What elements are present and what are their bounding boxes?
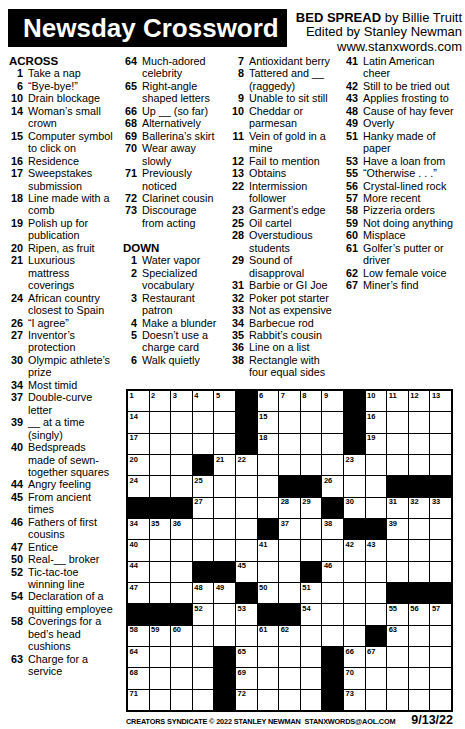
cell-r13c7[interactable]	[258, 647, 279, 667]
cell-r13c12[interactable]: 67	[366, 647, 387, 667]
clue-down-36: 36Line on a list	[228, 341, 338, 353]
clue-text: __ at a time (singly)	[28, 416, 115, 441]
cell-r4c6[interactable]: 22	[236, 455, 257, 475]
clue-number: 33	[228, 304, 244, 316]
clue-number: 62	[342, 267, 358, 279]
cell-r4c5[interactable]: 21	[214, 455, 235, 475]
cell-r2c13[interactable]	[387, 412, 408, 432]
clue-text: Tic-tac-toe winning line	[28, 566, 115, 591]
cell-r9c1[interactable]: 44	[128, 562, 149, 582]
cell-r4c7[interactable]	[258, 455, 279, 475]
clue-down-60: 60Misplace	[342, 229, 454, 241]
cell-r13c4[interactable]	[193, 647, 214, 667]
clue-number: 45	[7, 491, 23, 516]
cell-number: 70	[346, 669, 354, 677]
clue-column-1: ACROSS1Take a nap6“Bye-bye!”10Drain bloc…	[7, 55, 115, 678]
clue-down-42: 42Still to be tried out	[342, 80, 454, 92]
cell-r3c3[interactable]	[171, 434, 192, 454]
cell-r15c13[interactable]	[387, 690, 408, 710]
cell-r15c15[interactable]	[430, 690, 451, 710]
cell-r4c10[interactable]	[322, 455, 343, 475]
cell-r12c13[interactable]: 63	[387, 626, 408, 646]
cell-r2c2[interactable]	[150, 412, 171, 432]
clue-text: More recent	[363, 192, 454, 204]
clue-number: 47	[7, 541, 23, 553]
cell-number: 36	[173, 520, 181, 528]
cell-r12c6[interactable]	[236, 626, 257, 646]
cell-r12c7[interactable]: 61	[258, 626, 279, 646]
cell-r10c3[interactable]	[171, 583, 192, 603]
cell-r5c12[interactable]	[366, 476, 387, 496]
cell-r12c14[interactable]	[409, 626, 430, 646]
clue-number: 7	[228, 55, 244, 67]
clue-down-67: 67Miner’s find	[342, 279, 454, 291]
cell-number: 61	[259, 626, 267, 634]
cell-r6c13[interactable]: 31	[387, 498, 408, 518]
cell-r14c12[interactable]	[366, 668, 387, 688]
cell-number: 30	[346, 498, 354, 506]
cell-r14c13[interactable]	[387, 668, 408, 688]
clue-across-18: 18Line made with a comb	[7, 192, 115, 217]
clue-column-2: 64Much-adored celebrity65Right-angle sha…	[121, 55, 221, 366]
clue-text: Miner’s find	[363, 279, 454, 291]
clue-across-17: 17Sweepstakes submission	[7, 167, 115, 192]
clue-across-63: 63Charge for a service	[7, 653, 115, 678]
cell-r1c4[interactable]: 4	[193, 391, 214, 411]
cell-r9c6[interactable]: 45	[236, 562, 257, 582]
cell-r10c2[interactable]	[150, 583, 171, 603]
cell-r5c11[interactable]	[344, 476, 365, 496]
clue-down-43: 43Applies frosting to	[342, 92, 454, 104]
cell-r14c14[interactable]	[409, 668, 430, 688]
cell-r2c3[interactable]	[171, 412, 192, 432]
clue-text: Cheddar or parmesan	[249, 105, 338, 130]
cell-r11c15[interactable]: 57	[430, 604, 451, 624]
cell-r14c7[interactable]	[258, 668, 279, 688]
cell-r8c7[interactable]: 41	[258, 540, 279, 560]
clue-down-49: 49Overly	[342, 117, 454, 129]
cell-number: 44	[130, 562, 138, 570]
cell-number: 48	[194, 584, 202, 592]
clue-number: 8	[228, 67, 244, 92]
clue-text: Right-angle shaped letters	[142, 80, 221, 105]
cell-r13c1[interactable]: 64	[128, 647, 149, 667]
clue-number: 39	[7, 416, 23, 441]
cell-number: 29	[302, 498, 310, 506]
cell-r8c2[interactable]	[150, 540, 171, 560]
clue-number: 59	[342, 217, 358, 229]
cell-number: 51	[302, 584, 310, 592]
cell-r3c12[interactable]: 19	[366, 434, 387, 454]
cell-r5c3[interactable]	[171, 476, 192, 496]
cell-r12c3[interactable]: 60	[171, 626, 192, 646]
cell-r3c5[interactable]	[214, 434, 235, 454]
clue-across-16: 16Residence	[7, 155, 115, 167]
cell-r4c9[interactable]	[301, 455, 322, 475]
cell-number: 1	[130, 392, 134, 400]
cell-r5c5[interactable]	[214, 476, 235, 496]
cell-r7c6[interactable]	[236, 519, 257, 539]
clue-column-3: 7Antioxidant berry8Tattered and __ (ragg…	[228, 55, 338, 379]
cell-r6c4[interactable]: 27	[193, 498, 214, 518]
down-heading: DOWN	[123, 242, 221, 254]
clue-down-58: 58Pizzeria orders	[342, 204, 454, 216]
cell-r15c8[interactable]	[279, 690, 300, 710]
cell-r9c14[interactable]	[409, 562, 430, 582]
clue-across-65: 65Right-angle shaped letters	[121, 80, 221, 105]
cell-r2c10[interactable]	[322, 412, 343, 432]
cell-r6c14[interactable]: 32	[409, 498, 430, 518]
clue-down-31: 31Barbie or GI Joe	[228, 279, 338, 291]
cell-r8c4[interactable]	[193, 540, 214, 560]
cell-r1c13[interactable]: 11	[387, 391, 408, 411]
black-cell-r10c6	[236, 583, 257, 603]
black-cell-r6c1	[128, 498, 149, 518]
clue-number: 9	[228, 92, 244, 104]
cell-r10c5[interactable]: 49	[214, 583, 235, 603]
cell-r3c14[interactable]	[409, 434, 430, 454]
cell-r5c6[interactable]	[236, 476, 257, 496]
cell-r2c15[interactable]	[430, 412, 451, 432]
cell-r15c2[interactable]	[150, 690, 171, 710]
cell-r11c9[interactable]: 54	[301, 604, 322, 624]
clue-down-5: 5Doesn’t use a charge card	[121, 329, 221, 354]
cell-r15c1[interactable]: 71	[128, 690, 149, 710]
cell-number: 64	[130, 648, 138, 656]
cell-r8c9[interactable]	[301, 540, 322, 560]
cell-r12c4[interactable]	[193, 626, 214, 646]
cell-r9c10[interactable]: 46	[322, 562, 343, 582]
cell-r8c11[interactable]: 42	[344, 540, 365, 560]
cell-r14c11[interactable]: 70	[344, 668, 365, 688]
clue-number: 10	[7, 92, 23, 104]
clue-number: 67	[342, 279, 358, 291]
clue-text: Barbie or GI Joe	[249, 279, 338, 291]
cell-r14c8[interactable]	[279, 668, 300, 688]
cell-r8c1[interactable]: 40	[128, 540, 149, 560]
cell-number: 47	[130, 584, 138, 592]
cell-r5c2[interactable]	[150, 476, 171, 496]
clue-text: Entice	[28, 541, 115, 553]
cell-r10c8[interactable]	[279, 583, 300, 603]
clue-number: 13	[228, 167, 244, 179]
cell-r9c8[interactable]	[279, 562, 300, 582]
cell-r14c1[interactable]: 68	[128, 668, 149, 688]
cell-r3c1[interactable]: 17	[128, 434, 149, 454]
cell-r13c11[interactable]: 66	[344, 647, 365, 667]
black-cell-r7c12	[366, 519, 387, 539]
clue-text: Not doing anything	[363, 217, 454, 229]
cell-r12c11[interactable]	[344, 626, 365, 646]
cell-r9c3[interactable]	[171, 562, 192, 582]
cell-r8c8[interactable]	[279, 540, 300, 560]
clue-down-12: 12Fail to mention	[228, 155, 338, 167]
cell-r1c14[interactable]: 12	[409, 391, 430, 411]
clue-text: Poker pot starter	[249, 292, 338, 304]
clue-number: 25	[228, 217, 244, 229]
cell-r7c8[interactable]: 37	[279, 519, 300, 539]
cell-r12c10[interactable]	[322, 626, 343, 646]
cell-r12c15[interactable]	[430, 626, 451, 646]
clue-number: 2	[121, 267, 137, 292]
cell-r5c10[interactable]: 26	[322, 476, 343, 496]
cell-r7c1[interactable]: 34	[128, 519, 149, 539]
cell-r13c6[interactable]: 65	[236, 647, 257, 667]
cell-r4c8[interactable]	[279, 455, 300, 475]
cell-r10c9[interactable]: 51	[301, 583, 322, 603]
cell-r15c12[interactable]	[366, 690, 387, 710]
cell-number: 53	[238, 605, 246, 613]
cell-r14c9[interactable]	[301, 668, 322, 688]
cell-r15c11[interactable]: 73	[344, 690, 365, 710]
clue-text: Charge for a service	[28, 653, 115, 678]
cell-r13c9[interactable]	[301, 647, 322, 667]
cell-r6c6[interactable]	[236, 498, 257, 518]
clue-text: Walk quietly	[142, 354, 221, 366]
clue-text: Double-curve letter	[28, 391, 115, 416]
cell-r5c1[interactable]: 24	[128, 476, 149, 496]
cell-r10c11[interactable]	[344, 583, 365, 603]
clue-down-55: 55“Otherwise . . .”	[342, 167, 454, 179]
cell-r9c7[interactable]	[258, 562, 279, 582]
cell-r8c6[interactable]	[236, 540, 257, 560]
cell-r9c11[interactable]	[344, 562, 365, 582]
black-cell-r14c5	[214, 668, 235, 688]
black-cell-r13c10	[322, 647, 343, 667]
cell-number: 43	[367, 541, 375, 549]
cell-r15c7[interactable]	[258, 690, 279, 710]
cell-r11c5[interactable]	[214, 604, 235, 624]
cell-r4c14[interactable]	[409, 455, 430, 475]
cell-r14c2[interactable]	[150, 668, 171, 688]
cell-r2c1[interactable]: 14	[128, 412, 149, 432]
cell-r4c13[interactable]	[387, 455, 408, 475]
cell-r13c13[interactable]	[387, 647, 408, 667]
clue-number: 22	[228, 180, 244, 205]
cell-r9c15[interactable]	[430, 562, 451, 582]
clue-text: Overly	[363, 117, 454, 129]
cell-r11c12[interactable]	[366, 604, 387, 624]
cell-number: 21	[216, 456, 224, 464]
cell-r2c12[interactable]: 16	[366, 412, 387, 432]
cell-r2c9[interactable]	[301, 412, 322, 432]
clue-across-54: 54Declaration of a quitting employee	[7, 590, 115, 615]
cell-r1c2[interactable]: 2	[150, 391, 171, 411]
clue-across-10: 10Drain blockage	[7, 92, 115, 104]
cell-r11c13[interactable]: 55	[387, 604, 408, 624]
clue-number: 48	[342, 105, 358, 117]
cell-r7c13[interactable]: 39	[387, 519, 408, 539]
clue-number: 23	[228, 204, 244, 216]
cell-number: 10	[367, 392, 375, 400]
cell-number: 3	[173, 392, 177, 400]
clue-text: Low female voice	[363, 267, 454, 279]
cell-r12c9[interactable]	[301, 626, 322, 646]
cell-r10c12[interactable]	[366, 583, 387, 603]
cell-r8c15[interactable]	[430, 540, 451, 560]
cell-r6c8[interactable]: 28	[279, 498, 300, 518]
clue-down-32: 32Poker pot starter	[228, 292, 338, 304]
clue-across-21: 21Luxurious mattress coverings	[7, 254, 115, 291]
cell-r14c4[interactable]	[193, 668, 214, 688]
cell-r6c9[interactable]: 29	[301, 498, 322, 518]
cell-r4c12[interactable]	[366, 455, 387, 475]
cell-r15c14[interactable]	[409, 690, 430, 710]
clue-across-26: 26“I agree”	[7, 317, 115, 329]
cell-r1c9[interactable]: 8	[301, 391, 322, 411]
cell-r6c15[interactable]: 33	[430, 498, 451, 518]
clue-text: Declaration of a quitting employee	[28, 590, 115, 615]
clue-across-64: 64Much-adored celebrity	[121, 55, 221, 80]
cell-r3c4[interactable]	[193, 434, 214, 454]
cell-r12c8[interactable]: 62	[279, 626, 300, 646]
black-cell-r6c3	[171, 498, 192, 518]
clue-number: 41	[342, 55, 358, 80]
cell-r1c15[interactable]: 13	[430, 391, 451, 411]
cell-r8c12[interactable]: 43	[366, 540, 387, 560]
cell-r15c4[interactable]	[193, 690, 214, 710]
cell-r9c2[interactable]	[150, 562, 171, 582]
cell-r11c11[interactable]	[344, 604, 365, 624]
cell-r1c3[interactable]: 3	[171, 391, 192, 411]
cell-r13c2[interactable]	[150, 647, 171, 667]
cell-r4c1[interactable]: 20	[128, 455, 149, 475]
cell-r10c7[interactable]: 50	[258, 583, 279, 603]
cell-r1c8[interactable]: 7	[279, 391, 300, 411]
cell-r1c7[interactable]: 6	[258, 391, 279, 411]
clue-text: Fail to mention	[249, 155, 338, 167]
cell-r1c12[interactable]: 10	[366, 391, 387, 411]
clue-number: 53	[342, 155, 358, 167]
cell-r8c5[interactable]	[214, 540, 235, 560]
cell-r6c12[interactable]	[366, 498, 387, 518]
cell-r7c2[interactable]: 35	[150, 519, 171, 539]
cell-r2c7[interactable]: 15	[258, 412, 279, 432]
cell-r3c7[interactable]: 18	[258, 434, 279, 454]
cell-r13c8[interactable]	[279, 647, 300, 667]
cell-r2c8[interactable]	[279, 412, 300, 432]
clue-number: 6	[121, 354, 137, 366]
clue-number: 42	[342, 80, 358, 92]
cell-r14c6[interactable]: 69	[236, 668, 257, 688]
cell-r7c15[interactable]	[430, 519, 451, 539]
cell-r4c11[interactable]: 23	[344, 455, 365, 475]
cell-r15c9[interactable]	[301, 690, 322, 710]
cell-r1c10[interactable]: 9	[322, 391, 343, 411]
cell-r14c3[interactable]	[171, 668, 192, 688]
clue-text: Sound of disapproval	[249, 254, 338, 279]
cell-r15c3[interactable]	[171, 690, 192, 710]
cell-r3c2[interactable]	[150, 434, 171, 454]
clue-across-58: 58Coverings for a bed’s head cushions	[7, 615, 115, 652]
cell-r3c8[interactable]	[279, 434, 300, 454]
cell-r10c4[interactable]: 48	[193, 583, 214, 603]
byline-website: www.stanxwords.com	[296, 40, 462, 54]
cell-r3c13[interactable]	[387, 434, 408, 454]
clue-number: 69	[121, 130, 137, 142]
black-cell-r9c4	[193, 562, 214, 582]
cell-r1c1[interactable]: 1	[128, 391, 149, 411]
cell-r2c4[interactable]	[193, 412, 214, 432]
clue-text: Have a loan from	[363, 155, 454, 167]
cell-r4c15[interactable]	[430, 455, 451, 475]
cell-r3c9[interactable]	[301, 434, 322, 454]
cell-r5c7[interactable]	[258, 476, 279, 496]
cell-r9c13[interactable]	[387, 562, 408, 582]
black-cell-r5c14	[409, 476, 430, 496]
clue-down-7: 7Antioxidant berry	[228, 55, 338, 67]
cell-r11c14[interactable]: 56	[409, 604, 430, 624]
cell-r11c10[interactable]	[322, 604, 343, 624]
cell-number: 4	[194, 392, 198, 400]
cell-r3c10[interactable]	[322, 434, 343, 454]
cell-r7c3[interactable]: 36	[171, 519, 192, 539]
clue-number: 36	[228, 341, 244, 353]
clue-text: Computer symbol to click on	[28, 130, 115, 155]
cell-r13c14[interactable]	[409, 647, 430, 667]
cell-r7c14[interactable]	[409, 519, 430, 539]
cell-r8c14[interactable]	[409, 540, 430, 560]
cell-r7c4[interactable]	[193, 519, 214, 539]
cell-r2c14[interactable]	[409, 412, 430, 432]
cell-r7c9[interactable]	[301, 519, 322, 539]
cell-r7c5[interactable]	[214, 519, 235, 539]
cell-r9c12[interactable]	[366, 562, 387, 582]
cell-r5c4[interactable]: 25	[193, 476, 214, 496]
masthead: Newsday Crossword	[8, 9, 287, 47]
clue-text: Up __ (so far)	[142, 105, 221, 117]
cell-r6c11[interactable]: 30	[344, 498, 365, 518]
clue-down-1: 1Water vapor	[121, 254, 221, 266]
cell-r2c5[interactable]	[214, 412, 235, 432]
clue-text: Olympic athlete’s prize	[28, 354, 115, 379]
cell-r15c6[interactable]: 72	[236, 690, 257, 710]
cell-number: 11	[389, 392, 397, 400]
cell-r1c5[interactable]: 5	[214, 391, 235, 411]
clue-down-10: 10Cheddar or parmesan	[228, 105, 338, 130]
cell-number: 37	[281, 520, 289, 528]
cell-r12c1[interactable]: 58	[128, 626, 149, 646]
cell-r4c3[interactable]	[171, 455, 192, 475]
cell-r11c6[interactable]: 53	[236, 604, 257, 624]
cell-r12c5[interactable]	[214, 626, 235, 646]
clue-text: Alternatively	[142, 117, 221, 129]
clue-number: 20	[7, 242, 23, 254]
cell-r13c3[interactable]	[171, 647, 192, 667]
cell-number: 68	[130, 669, 138, 677]
cell-r8c13[interactable]	[387, 540, 408, 560]
cell-r8c10[interactable]	[322, 540, 343, 560]
cell-r10c10[interactable]	[322, 583, 343, 603]
cell-r4c2[interactable]	[150, 455, 171, 475]
clue-number: 64	[121, 55, 137, 80]
cell-r12c2[interactable]: 59	[150, 626, 171, 646]
cell-r8c3[interactable]	[171, 540, 192, 560]
cell-r3c15[interactable]	[430, 434, 451, 454]
cell-r14c15[interactable]	[430, 668, 451, 688]
clue-down-25: 25Oil cartel	[228, 217, 338, 229]
clue-text: Tattered and __ (raggedy)	[249, 67, 338, 92]
clue-number: 65	[121, 80, 137, 105]
cell-r7c10[interactable]: 38	[322, 519, 343, 539]
cell-r13c15[interactable]	[430, 647, 451, 667]
cell-r6c5[interactable]	[214, 498, 235, 518]
clue-across-72: 72Clarinet cousin	[121, 192, 221, 204]
cell-r10c1[interactable]: 47	[128, 583, 149, 603]
cell-r11c4[interactable]: 52	[193, 604, 214, 624]
cell-number: 25	[194, 477, 202, 485]
cell-r6c7[interactable]	[258, 498, 279, 518]
